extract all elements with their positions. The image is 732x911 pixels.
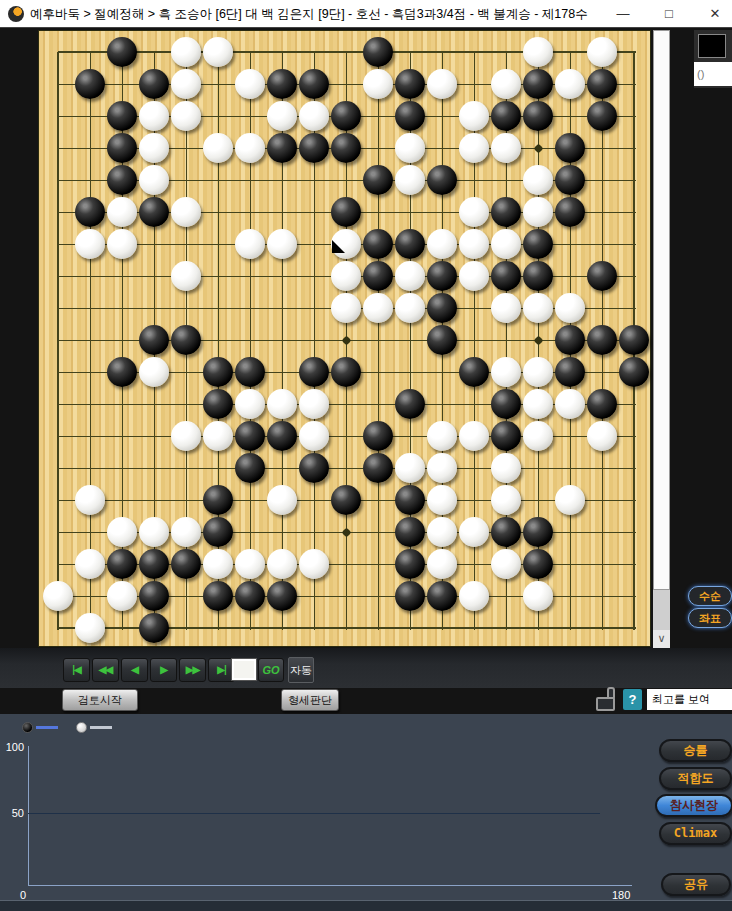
black-stone (427, 581, 457, 611)
white-stone (299, 421, 329, 451)
black-stone (491, 261, 521, 291)
black-stone (523, 101, 553, 131)
white-stone (267, 101, 297, 131)
black-stone (139, 325, 169, 355)
black-stone (331, 101, 361, 131)
white-stone (363, 69, 393, 99)
black-stone (363, 165, 393, 195)
black-stone (107, 101, 137, 131)
black-stone (235, 421, 265, 451)
white-stone (203, 133, 233, 163)
white-stone (75, 613, 105, 643)
app-window: 예후바둑 > 절예정해 > 흑 조승아 [6단] 대 백 김은지 [9단] - … (0, 0, 732, 911)
white-stone (171, 421, 201, 451)
legend-black-stone-icon (22, 722, 33, 733)
black-stone (139, 69, 169, 99)
white-stone (491, 69, 521, 99)
best-move-box[interactable]: 최고를 보여 (647, 689, 732, 710)
white-stone (267, 485, 297, 515)
black-stone (523, 69, 553, 99)
thumbs-up-icon[interactable] (596, 687, 620, 712)
white-stone (395, 261, 425, 291)
black-stone (267, 133, 297, 163)
black-stone (139, 197, 169, 227)
board-scrollbar[interactable]: ∨ (653, 30, 670, 648)
black-stone (427, 293, 457, 323)
black-stone (395, 101, 425, 131)
white-stone (203, 549, 233, 579)
to-start-button[interactable]: |◀ (63, 658, 90, 682)
black-stone (363, 421, 393, 451)
white-stone (459, 133, 489, 163)
black-stone (139, 613, 169, 643)
black-stone (555, 357, 585, 387)
black-stone (299, 133, 329, 163)
black-stone (171, 549, 201, 579)
black-turn-swatch (698, 34, 726, 58)
white-stone (459, 229, 489, 259)
white-stone (139, 165, 169, 195)
star-point (534, 336, 544, 346)
white-stone (139, 133, 169, 163)
star-point (534, 144, 544, 154)
white-stone (331, 261, 361, 291)
black-stone (363, 37, 393, 67)
white-stone (171, 197, 201, 227)
white-stone (171, 261, 201, 291)
black-stone (203, 389, 233, 419)
disaster-scene-tab[interactable]: 참사현장 (655, 794, 732, 817)
white-stone (139, 101, 169, 131)
black-stone (459, 357, 489, 387)
white-stone (267, 229, 297, 259)
white-stone (427, 229, 457, 259)
black-stone (587, 325, 617, 355)
white-stone (267, 549, 297, 579)
white-stone (523, 389, 553, 419)
black-stone (395, 581, 425, 611)
white-stone (395, 453, 425, 483)
black-stone (619, 357, 649, 387)
capture-counter-box: () (694, 62, 732, 86)
white-stone (203, 421, 233, 451)
white-stone (171, 69, 201, 99)
black-stone (395, 517, 425, 547)
white-stone (395, 165, 425, 195)
white-stone (299, 101, 329, 131)
white-stone (555, 293, 585, 323)
white-stone (107, 229, 137, 259)
y-tick-50: 50 (0, 807, 24, 819)
suitability-tab[interactable]: 적합도 (659, 767, 732, 790)
grid-line-h (58, 468, 636, 469)
black-stone (299, 453, 329, 483)
black-stone (107, 165, 137, 195)
black-stone (331, 485, 361, 515)
black-stone (427, 325, 457, 355)
white-stone (235, 389, 265, 419)
black-stone (331, 133, 361, 163)
black-stone (523, 261, 553, 291)
white-stone (523, 357, 553, 387)
white-stone (491, 293, 521, 323)
back-button[interactable]: ◀ (121, 658, 148, 682)
black-stone (587, 69, 617, 99)
white-stone (75, 229, 105, 259)
black-stone (523, 517, 553, 547)
white-stone (523, 581, 553, 611)
white-stone (459, 261, 489, 291)
black-stone (203, 517, 233, 547)
white-stone (491, 485, 521, 515)
white-stone (139, 357, 169, 387)
black-stone (203, 485, 233, 515)
scrollbar-down-icon[interactable]: ∨ (653, 630, 670, 648)
black-stone (395, 549, 425, 579)
white-stone (587, 37, 617, 67)
y-axis (28, 746, 29, 886)
fast-forward-button[interactable]: ▶▶ (179, 658, 206, 682)
white-stone (555, 485, 585, 515)
to-end-button[interactable]: ▶| (208, 658, 235, 682)
white-stone (555, 389, 585, 419)
grid-line-v (378, 52, 379, 630)
black-stone (107, 37, 137, 67)
black-stone (491, 197, 521, 227)
black-stone (267, 421, 297, 451)
legend-white-stone-icon (76, 722, 87, 733)
white-stone (555, 69, 585, 99)
white-stone (587, 421, 617, 451)
black-stone (267, 69, 297, 99)
white-stone (203, 37, 233, 67)
winrate-chart-panel: 100 50 0 180 승률 적합도 참사현장 Climax 공유 (0, 714, 732, 900)
y-tick-100: 100 (0, 741, 24, 753)
titlebar: 예후바둑 > 절예정해 > 흑 조승아 [6단] 대 백 김은지 [9단] - … (0, 0, 732, 28)
white-stone (459, 517, 489, 547)
white-stone (363, 293, 393, 323)
black-stone (491, 517, 521, 547)
black-stone (171, 325, 201, 355)
white-stone (235, 229, 265, 259)
black-stone (331, 197, 361, 227)
white-stone (107, 581, 137, 611)
black-stone (139, 581, 169, 611)
white-stone (171, 37, 201, 67)
black-stone (491, 101, 521, 131)
maximize-button[interactable]: □ (654, 4, 684, 24)
auto-play-button[interactable]: 자동 (288, 657, 314, 683)
black-stone (363, 261, 393, 291)
white-stone (299, 389, 329, 419)
playback-controls: |◀ ◀◀ ◀ ▶ ▶▶ ▶| GO 자동 (0, 648, 732, 688)
black-stone (75, 197, 105, 227)
star-point (342, 336, 352, 346)
white-stone (491, 357, 521, 387)
white-stone (331, 293, 361, 323)
help-icon[interactable]: ? (623, 689, 642, 710)
turn-indicator-panel: () (694, 30, 732, 88)
black-stone (523, 549, 553, 579)
white-stone (491, 229, 521, 259)
black-stone (203, 581, 233, 611)
white-stone (299, 549, 329, 579)
black-stone (619, 325, 649, 355)
move-number-input[interactable] (232, 659, 256, 680)
black-stone (427, 165, 457, 195)
white-stone (427, 549, 457, 579)
white-stone (267, 389, 297, 419)
black-stone (235, 453, 265, 483)
x-axis (28, 885, 632, 886)
share-button[interactable]: 공유 (661, 873, 731, 896)
white-stone (523, 165, 553, 195)
start-review-button[interactable]: 검토시작 (62, 689, 138, 711)
black-stone (139, 549, 169, 579)
black-stone (363, 229, 393, 259)
black-stone (299, 357, 329, 387)
white-stone (459, 581, 489, 611)
white-stone (427, 421, 457, 451)
black-stone (267, 581, 297, 611)
position-judge-button[interactable]: 형세판단 (281, 689, 339, 711)
black-stone (395, 485, 425, 515)
black-stone (491, 421, 521, 451)
winrate-tab[interactable]: 승률 (659, 739, 732, 762)
white-stone (235, 69, 265, 99)
white-stone (491, 549, 521, 579)
minimize-button[interactable]: — (608, 4, 638, 24)
legend-white-line (90, 726, 112, 729)
white-stone (427, 453, 457, 483)
white-stone (171, 101, 201, 131)
legend-black-line (36, 726, 58, 729)
fifty-percent-gridline (28, 813, 600, 814)
white-stone (75, 549, 105, 579)
black-stone (299, 69, 329, 99)
white-stone (235, 549, 265, 579)
black-stone (555, 197, 585, 227)
white-stone (523, 293, 553, 323)
black-stone (587, 261, 617, 291)
go-board[interactable] (38, 30, 651, 647)
black-stone (203, 357, 233, 387)
black-stone (235, 581, 265, 611)
white-stone (523, 37, 553, 67)
white-stone (171, 517, 201, 547)
grid-line-v (90, 52, 91, 630)
white-stone (491, 133, 521, 163)
black-stone (587, 389, 617, 419)
white-stone (107, 197, 137, 227)
bottom-strip (0, 900, 732, 911)
black-stone (523, 229, 553, 259)
white-stone (427, 517, 457, 547)
white-stone (107, 517, 137, 547)
black-stone (75, 69, 105, 99)
black-stone (235, 357, 265, 387)
black-stone (427, 261, 457, 291)
white-stone (459, 197, 489, 227)
white-stone (395, 293, 425, 323)
star-point (342, 528, 352, 538)
black-stone (555, 325, 585, 355)
white-stone (75, 485, 105, 515)
black-stone (107, 549, 137, 579)
hand-part (596, 697, 615, 711)
black-stone (107, 357, 137, 387)
white-stone (427, 485, 457, 515)
white-stone (139, 517, 169, 547)
black-stone (395, 69, 425, 99)
scrollbar-thumb[interactable] (653, 30, 670, 590)
close-button[interactable]: ✕ (700, 4, 730, 24)
white-stone (459, 421, 489, 451)
app-icon (8, 6, 24, 22)
black-stone (363, 453, 393, 483)
white-stone (523, 421, 553, 451)
go-button[interactable]: GO (258, 658, 284, 682)
black-stone (555, 133, 585, 163)
show-coords-button[interactable]: 좌표 (688, 608, 732, 628)
black-stone (395, 229, 425, 259)
black-stone (395, 389, 425, 419)
fast-back-button[interactable]: ◀◀ (92, 658, 119, 682)
show-moves-button[interactable]: 수순 (688, 586, 732, 606)
white-stone (395, 133, 425, 163)
white-stone (235, 133, 265, 163)
white-stone (523, 197, 553, 227)
climax-tab[interactable]: Climax (659, 822, 732, 845)
white-stone (427, 69, 457, 99)
white-stone (43, 581, 73, 611)
black-stone (491, 389, 521, 419)
white-stone (459, 101, 489, 131)
white-stone (491, 453, 521, 483)
grid-line-v (57, 52, 59, 630)
black-stone (107, 133, 137, 163)
forward-button[interactable]: ▶ (150, 658, 177, 682)
black-stone (587, 101, 617, 131)
black-stone (555, 165, 585, 195)
black-stone (331, 357, 361, 387)
window-title: 예후바둑 > 절예정해 > 흑 조승아 [6단] 대 백 김은지 [9단] - … (30, 6, 588, 23)
